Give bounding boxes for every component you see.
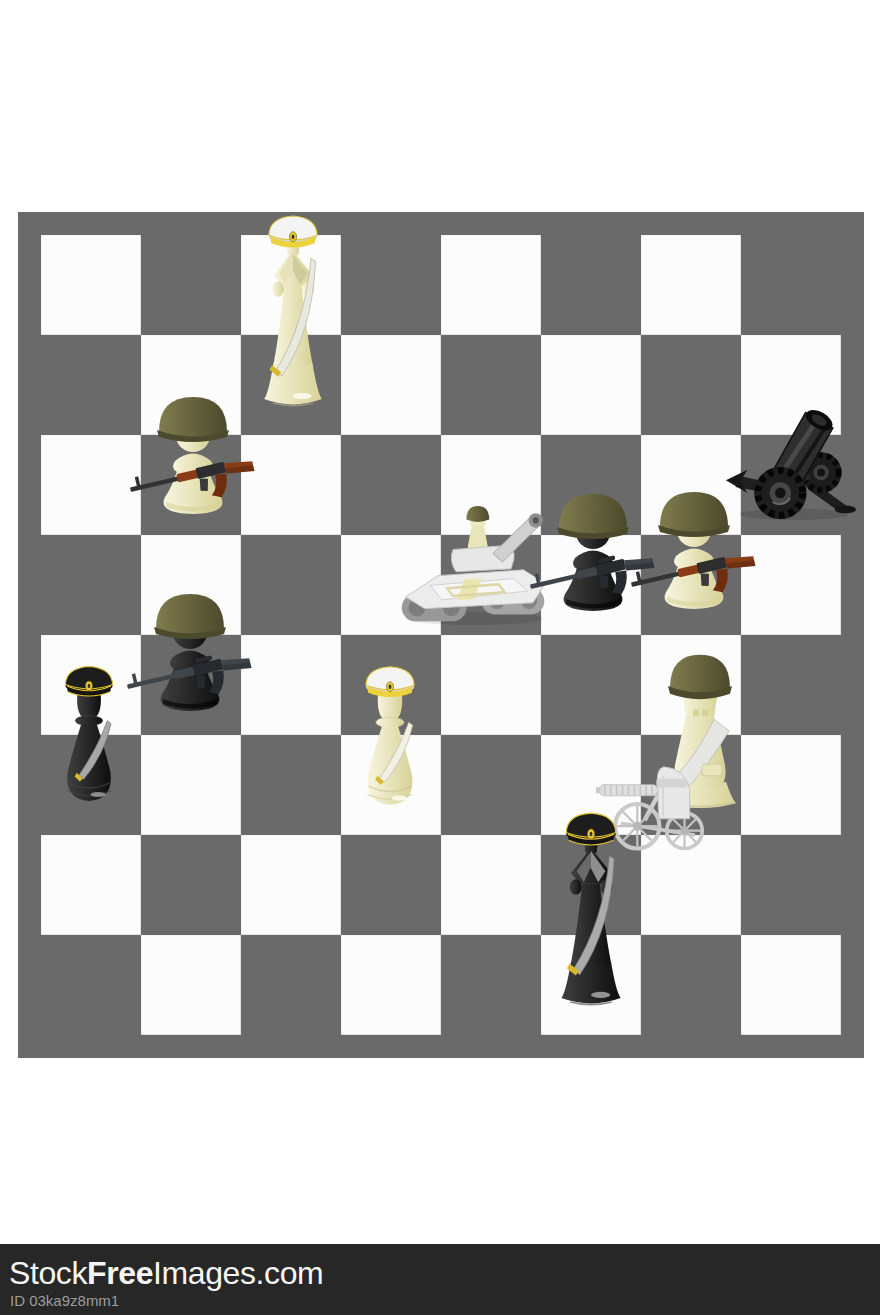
square-b8 <box>141 235 241 335</box>
piece-white-queen-d3 <box>351 657 429 813</box>
square-c1 <box>241 935 341 1035</box>
piece-black-soldier-b4 <box>124 581 256 713</box>
square-a8 <box>41 235 141 335</box>
square-d2 <box>341 835 441 935</box>
square-c5 <box>241 535 341 635</box>
watermark-id-text: ID 03ka9z8mm1 <box>10 1292 119 1309</box>
square-a1 <box>41 935 141 1035</box>
piece-black-king-f1 <box>551 803 631 1005</box>
square-e3 <box>441 735 541 835</box>
stock-illustration-military-chess: StockFreeImages.com ID 03ka9z8mm1 <box>0 0 880 1315</box>
square-h1 <box>741 935 841 1035</box>
square-d8 <box>341 235 441 335</box>
square-a2 <box>41 835 141 935</box>
watermark-site-text: StockFreeImages.com <box>9 1255 323 1292</box>
square-f4 <box>541 635 641 735</box>
square-b1 <box>141 935 241 1035</box>
square-g2 <box>641 835 741 935</box>
square-d7 <box>341 335 441 435</box>
square-a7 <box>41 335 141 435</box>
square-a6 <box>41 435 141 535</box>
piece-white-soldier-g5 <box>628 479 760 611</box>
square-f8 <box>541 235 641 335</box>
square-h8 <box>741 235 841 335</box>
square-h3 <box>741 735 841 835</box>
square-b2 <box>141 835 241 935</box>
square-c3 <box>241 735 341 835</box>
square-d1 <box>341 935 441 1035</box>
watermark-site-bold: Free <box>87 1255 153 1291</box>
square-h2 <box>741 835 841 935</box>
square-e4 <box>441 635 541 735</box>
square-b3 <box>141 735 241 835</box>
square-c2 <box>241 835 341 935</box>
square-e1 <box>441 935 541 1035</box>
watermark-site-prefix: Stock <box>9 1255 87 1291</box>
piece-black-queen-a3 <box>51 657 127 809</box>
square-e7 <box>441 335 541 435</box>
square-h4 <box>741 635 841 735</box>
watermark-bar: StockFreeImages.com ID 03ka9z8mm1 <box>0 1244 880 1315</box>
square-c4 <box>241 635 341 735</box>
square-f7 <box>541 335 641 435</box>
square-g1 <box>641 935 741 1035</box>
watermark-site-suffix: Images.com <box>153 1255 323 1291</box>
square-g8 <box>641 235 741 335</box>
square-e8 <box>441 235 541 335</box>
piece-white-soldier-b6 <box>127 384 259 516</box>
piece-white-king-c7 <box>254 206 332 406</box>
square-e2 <box>441 835 541 935</box>
